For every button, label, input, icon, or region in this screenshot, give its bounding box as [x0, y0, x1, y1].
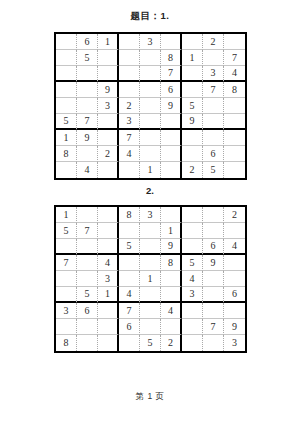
puzzle2-cell-r4c9 — [224, 255, 245, 271]
puzzle2-cell-r8c2 — [77, 319, 98, 335]
puzzle1-cell-r4c1 — [56, 82, 77, 98]
puzzle2-cell-r1c3 — [98, 207, 119, 223]
worksheet-page: 题目：1. 6132581773496783295573919782464125… — [0, 0, 300, 424]
puzzle2-cell-r1c6 — [161, 207, 182, 223]
puzzle1-cell-r8c7 — [182, 146, 203, 162]
puzzle2-cell-r9c1: 8 — [56, 335, 77, 351]
puzzle1-cell-r5c2 — [77, 98, 98, 114]
puzzle1-cell-r1c3: 1 — [98, 34, 119, 50]
puzzle2-cell-r8c6 — [161, 319, 182, 335]
puzzle2-cell-r4c7: 5 — [182, 255, 203, 271]
puzzle1-cell-r4c7 — [182, 82, 203, 98]
puzzle1-cell-r8c5 — [140, 146, 161, 162]
puzzle2-cell-r8c9: 9 — [224, 319, 245, 335]
puzzle2-cell-r8c5 — [140, 319, 161, 335]
puzzle1-cell-r5c8 — [203, 98, 224, 114]
puzzle2-cell-r3c2 — [77, 239, 98, 255]
puzzle2-cell-r5c6 — [161, 271, 182, 287]
puzzle2-cell-r8c4: 6 — [119, 319, 140, 335]
puzzle2-cell-r7c3 — [98, 303, 119, 319]
puzzle2-cell-r5c2 — [77, 271, 98, 287]
puzzle2-cell-r7c5 — [140, 303, 161, 319]
puzzle2-cell-r6c3: 1 — [98, 287, 119, 303]
puzzle1-cell-r1c4 — [119, 34, 140, 50]
puzzle1-cell-r2c3 — [98, 50, 119, 66]
puzzle2-cell-r5c4 — [119, 271, 140, 287]
puzzle2-cell-r4c2 — [77, 255, 98, 271]
puzzle1-cell-r7c1: 1 — [56, 130, 77, 146]
puzzle1-cell-r7c8 — [203, 130, 224, 146]
puzzle1-cell-r6c6 — [161, 114, 182, 130]
puzzle1-cell-r7c3 — [98, 130, 119, 146]
puzzle1-cell-r1c1 — [56, 34, 77, 50]
sudoku-grid-1: 6132581773496783295573919782464125 — [54, 32, 247, 180]
puzzle2-cell-r2c4 — [119, 223, 140, 239]
puzzle2-cell-r5c8 — [203, 271, 224, 287]
puzzle1-cell-r2c6: 8 — [161, 50, 182, 66]
puzzle2-cell-r9c4 — [119, 335, 140, 351]
puzzle1-cell-r1c6 — [161, 34, 182, 50]
puzzle1-cell-r2c7: 1 — [182, 50, 203, 66]
puzzle2-cell-r9c2 — [77, 335, 98, 351]
puzzle1-cell-r4c4 — [119, 82, 140, 98]
puzzle1-cell-r5c1 — [56, 98, 77, 114]
puzzle1-cell-r7c4: 7 — [119, 130, 140, 146]
puzzle1-cell-r6c1: 5 — [56, 114, 77, 130]
puzzle1-cell-r4c9: 8 — [224, 82, 245, 98]
puzzle2-cell-r3c6: 9 — [161, 239, 182, 255]
puzzle1-cell-r1c9 — [224, 34, 245, 50]
puzzle1-cell-r8c8: 6 — [203, 146, 224, 162]
puzzle2-cell-r7c9 — [224, 303, 245, 319]
puzzle2-cell-r2c3 — [98, 223, 119, 239]
puzzle1-cell-r2c4 — [119, 50, 140, 66]
puzzle1-cell-r1c5: 3 — [140, 34, 161, 50]
puzzle1-cell-r3c4 — [119, 66, 140, 82]
puzzle1-cell-r7c5 — [140, 130, 161, 146]
puzzle2-cell-r5c3: 3 — [98, 271, 119, 287]
puzzle1-cell-r6c5 — [140, 114, 161, 130]
puzzle2-cell-r6c5 — [140, 287, 161, 303]
puzzle2-cell-r2c9 — [224, 223, 245, 239]
puzzle2-cell-r1c9: 2 — [224, 207, 245, 223]
puzzle1-cell-r6c9 — [224, 114, 245, 130]
page-title: 题目：1. — [0, 10, 300, 23]
puzzle1-cell-r3c7 — [182, 66, 203, 82]
puzzle1-cell-r3c1 — [56, 66, 77, 82]
puzzle1-cell-r5c3: 3 — [98, 98, 119, 114]
puzzle1-cell-r4c6: 6 — [161, 82, 182, 98]
puzzle2-cell-r5c7: 4 — [182, 271, 203, 287]
puzzle2-cell-r7c7 — [182, 303, 203, 319]
puzzle2-cell-r6c1 — [56, 287, 77, 303]
puzzle1-cell-r9c1 — [56, 162, 77, 178]
puzzle2-cell-r1c5: 3 — [140, 207, 161, 223]
puzzle2-cell-r4c5 — [140, 255, 161, 271]
puzzle2-cell-r9c3 — [98, 335, 119, 351]
puzzle2-cell-r3c1 — [56, 239, 77, 255]
puzzle1-cell-r6c4: 3 — [119, 114, 140, 130]
puzzle1-cell-r9c7: 2 — [182, 162, 203, 178]
puzzle2-cell-r4c3: 4 — [98, 255, 119, 271]
puzzle2-cell-r6c7: 3 — [182, 287, 203, 303]
puzzle2-cell-r3c7 — [182, 239, 203, 255]
puzzle2-cell-r3c4: 5 — [119, 239, 140, 255]
puzzle1-cell-r6c7: 9 — [182, 114, 203, 130]
puzzle1-cell-r9c5: 1 — [140, 162, 161, 178]
puzzle2-cell-r8c3 — [98, 319, 119, 335]
puzzle2-cell-r9c7 — [182, 335, 203, 351]
puzzle1-cell-r2c1 — [56, 50, 77, 66]
puzzle1-cell-r3c2 — [77, 66, 98, 82]
puzzle1-cell-r8c1: 8 — [56, 146, 77, 162]
puzzle1-cell-r1c2: 6 — [77, 34, 98, 50]
puzzle1-cell-r2c9: 7 — [224, 50, 245, 66]
puzzle1-cell-r2c5 — [140, 50, 161, 66]
puzzle2-cell-r4c1: 7 — [56, 255, 77, 271]
puzzle1-cell-r8c6 — [161, 146, 182, 162]
puzzle2-cell-r6c9: 6 — [224, 287, 245, 303]
puzzle2-cell-r5c9 — [224, 271, 245, 287]
puzzle1-cell-r4c2 — [77, 82, 98, 98]
puzzle1-cell-r9c2: 4 — [77, 162, 98, 178]
puzzle1-cell-r3c6: 7 — [161, 66, 182, 82]
puzzle2-cell-r2c5 — [140, 223, 161, 239]
puzzle1-cell-r8c2 — [77, 146, 98, 162]
puzzle1-cell-r4c5 — [140, 82, 161, 98]
puzzle2-cell-r4c8: 9 — [203, 255, 224, 271]
puzzle2-cell-r8c8: 7 — [203, 319, 224, 335]
puzzle1-cell-r7c6 — [161, 130, 182, 146]
puzzle1-cell-r6c3 — [98, 114, 119, 130]
puzzle2-cell-r9c8 — [203, 335, 224, 351]
puzzle1-cell-r1c7 — [182, 34, 203, 50]
puzzle2-cell-r7c2: 6 — [77, 303, 98, 319]
puzzle2-cell-r1c4: 8 — [119, 207, 140, 223]
puzzle1-cell-r9c3 — [98, 162, 119, 178]
puzzle2-cell-r6c8 — [203, 287, 224, 303]
puzzle2-cell-r8c7 — [182, 319, 203, 335]
puzzle1-cell-r5c9 — [224, 98, 245, 114]
puzzle1-cell-r9c4 — [119, 162, 140, 178]
puzzle1-cell-r8c3: 2 — [98, 146, 119, 162]
puzzle1-cell-r6c8 — [203, 114, 224, 130]
page-footer: 第 1 页 — [0, 391, 300, 403]
puzzle2-cell-r7c1: 3 — [56, 303, 77, 319]
puzzle2-cell-r6c6 — [161, 287, 182, 303]
puzzle2-cell-r5c5: 1 — [140, 271, 161, 287]
puzzle1-cell-r4c3: 9 — [98, 82, 119, 98]
puzzle1-cell-r5c4: 2 — [119, 98, 140, 114]
puzzle1-cell-r3c9: 4 — [224, 66, 245, 82]
puzzle1-cell-r6c2: 7 — [77, 114, 98, 130]
puzzle2-cell-r3c5 — [140, 239, 161, 255]
puzzle2-cell-r9c5: 5 — [140, 335, 161, 351]
puzzle1-number: 1. — [161, 10, 170, 21]
puzzle2-cell-r4c6: 8 — [161, 255, 182, 271]
puzzle1-cell-r4c8: 7 — [203, 82, 224, 98]
puzzle1-cell-r9c8: 5 — [203, 162, 224, 178]
puzzle1-cell-r2c8 — [203, 50, 224, 66]
puzzle2-cell-r3c3 — [98, 239, 119, 255]
puzzle1-cell-r8c4: 4 — [119, 146, 140, 162]
puzzle2-cell-r6c4: 4 — [119, 287, 140, 303]
puzzle1-cell-r1c8: 2 — [203, 34, 224, 50]
puzzle1-cell-r7c7 — [182, 130, 203, 146]
puzzle2-cell-r9c9: 3 — [224, 335, 245, 351]
puzzle1-cell-r3c8: 3 — [203, 66, 224, 82]
puzzle2-cell-r9c6: 2 — [161, 335, 182, 351]
puzzle2-cell-r7c8 — [203, 303, 224, 319]
puzzle2-cell-r2c2: 7 — [77, 223, 98, 239]
puzzle2-cell-r8c1 — [56, 319, 77, 335]
puzzle2-cell-r4c4 — [119, 255, 140, 271]
puzzle2-cell-r2c7 — [182, 223, 203, 239]
puzzle2-cell-r2c1: 5 — [56, 223, 77, 239]
puzzle2-cell-r6c2: 5 — [77, 287, 98, 303]
puzzle1-cell-r5c6: 9 — [161, 98, 182, 114]
puzzle2-cell-r2c8 — [203, 223, 224, 239]
title-prefix: 题目： — [131, 10, 161, 21]
puzzle2-number: 2. — [0, 185, 300, 196]
puzzle1-cell-r5c5 — [140, 98, 161, 114]
sudoku-grid-2: 18325715964748593145143636746798523 — [54, 205, 247, 353]
puzzle1-cell-r3c5 — [140, 66, 161, 82]
puzzle1-cell-r9c6 — [161, 162, 182, 178]
puzzle2-cell-r7c6: 4 — [161, 303, 182, 319]
puzzle1-cell-r8c9 — [224, 146, 245, 162]
puzzle1-cell-r9c9 — [224, 162, 245, 178]
puzzle2-cell-r2c6: 1 — [161, 223, 182, 239]
puzzle2-cell-r3c8: 6 — [203, 239, 224, 255]
puzzle2-cell-r1c8 — [203, 207, 224, 223]
puzzle1-cell-r5c7: 5 — [182, 98, 203, 114]
puzzle1-cell-r2c2: 5 — [77, 50, 98, 66]
puzzle2-cell-r1c1: 1 — [56, 207, 77, 223]
puzzle1-cell-r3c3 — [98, 66, 119, 82]
puzzle2-cell-r3c9: 4 — [224, 239, 245, 255]
puzzle1-cell-r7c9 — [224, 130, 245, 146]
puzzle2-cell-r1c2 — [77, 207, 98, 223]
puzzle1-cell-r7c2: 9 — [77, 130, 98, 146]
puzzle2-cell-r1c7 — [182, 207, 203, 223]
puzzle2-cell-r7c4: 7 — [119, 303, 140, 319]
puzzle2-cell-r5c1 — [56, 271, 77, 287]
